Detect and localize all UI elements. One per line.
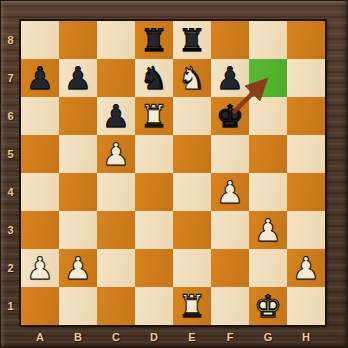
square-a1[interactable] [21,287,59,325]
square-h7[interactable] [287,59,325,97]
square-g7[interactable] [249,59,287,97]
square-e3[interactable] [173,211,211,249]
rank-label-6: 6 [0,97,21,135]
square-e6[interactable] [173,97,211,135]
square-b6[interactable] [59,97,97,135]
piece-white-pawn-b2[interactable]: ♟ [59,249,97,287]
square-b4[interactable] [59,173,97,211]
square-d1[interactable] [135,287,173,325]
piece-black-rook-e8[interactable]: ♜ [173,21,211,59]
square-e1[interactable]: ♜ [173,287,211,325]
chess-app: ♜♜♟♟♞♞♟♟♜♚♟♟♟♟♟♟♜♚ 87654321ABCDEFGH [0,0,348,348]
square-a8[interactable] [21,21,59,59]
square-g2[interactable] [249,249,287,287]
chess-board: ♜♜♟♟♞♞♟♟♜♚♟♟♟♟♟♟♜♚ [21,21,325,325]
square-h8[interactable] [287,21,325,59]
square-b3[interactable] [59,211,97,249]
piece-black-king-f6[interactable]: ♚ [211,97,249,135]
square-f5[interactable] [211,135,249,173]
square-f1[interactable] [211,287,249,325]
piece-white-king-g1[interactable]: ♚ [249,287,287,325]
square-e5[interactable] [173,135,211,173]
square-h4[interactable] [287,173,325,211]
square-c8[interactable] [97,21,135,59]
square-f3[interactable] [211,211,249,249]
rank-label-3: 3 [0,211,21,249]
square-c4[interactable] [97,173,135,211]
piece-white-rook-d6[interactable]: ♜ [135,97,173,135]
piece-white-pawn-h2[interactable]: ♟ [287,249,325,287]
square-g8[interactable] [249,21,287,59]
square-g1[interactable]: ♚ [249,287,287,325]
piece-black-rook-d8[interactable]: ♜ [135,21,173,59]
square-e8[interactable]: ♜ [173,21,211,59]
file-label-f: F [211,325,249,348]
square-g6[interactable] [249,97,287,135]
file-label-e: E [173,325,211,348]
square-d4[interactable] [135,173,173,211]
square-b2[interactable]: ♟ [59,249,97,287]
square-d7[interactable]: ♞ [135,59,173,97]
piece-black-pawn-f7[interactable]: ♟ [211,59,249,97]
piece-white-rook-e1[interactable]: ♜ [173,287,211,325]
square-b1[interactable] [59,287,97,325]
rank-label-1: 1 [0,287,21,325]
square-a6[interactable] [21,97,59,135]
rank-label-4: 4 [0,173,21,211]
square-d8[interactable]: ♜ [135,21,173,59]
square-d2[interactable] [135,249,173,287]
square-g5[interactable] [249,135,287,173]
file-label-a: A [21,325,59,348]
rank-label-8: 8 [0,21,21,59]
square-f6[interactable]: ♚ [211,97,249,135]
square-h2[interactable]: ♟ [287,249,325,287]
piece-black-knight-d7[interactable]: ♞ [135,59,173,97]
piece-white-pawn-f4[interactable]: ♟ [211,173,249,211]
square-e2[interactable] [173,249,211,287]
piece-white-knight-e7[interactable]: ♞ [173,59,211,97]
square-h3[interactable] [287,211,325,249]
square-f8[interactable] [211,21,249,59]
square-e7[interactable]: ♞ [173,59,211,97]
piece-black-pawn-c6[interactable]: ♟ [97,97,135,135]
square-d3[interactable] [135,211,173,249]
square-a2[interactable]: ♟ [21,249,59,287]
square-a3[interactable] [21,211,59,249]
file-label-g: G [249,325,287,348]
square-f2[interactable] [211,249,249,287]
file-label-h: H [287,325,325,348]
square-c1[interactable] [97,287,135,325]
square-c2[interactable] [97,249,135,287]
square-d5[interactable] [135,135,173,173]
square-c5[interactable]: ♟ [97,135,135,173]
square-f4[interactable]: ♟ [211,173,249,211]
square-h6[interactable] [287,97,325,135]
square-g4[interactable] [249,173,287,211]
square-g3[interactable]: ♟ [249,211,287,249]
square-c3[interactable] [97,211,135,249]
piece-white-pawn-g3[interactable]: ♟ [249,211,287,249]
square-h1[interactable] [287,287,325,325]
square-c7[interactable] [97,59,135,97]
square-h5[interactable] [287,135,325,173]
file-label-b: B [59,325,97,348]
piece-black-pawn-b7[interactable]: ♟ [59,59,97,97]
square-f7[interactable]: ♟ [211,59,249,97]
square-a4[interactable] [21,173,59,211]
file-label-c: C [97,325,135,348]
rank-label-2: 2 [0,249,21,287]
piece-white-pawn-a2[interactable]: ♟ [21,249,59,287]
rank-label-5: 5 [0,135,21,173]
piece-white-pawn-c5[interactable]: ♟ [97,135,135,173]
square-d6[interactable]: ♜ [135,97,173,135]
square-b8[interactable] [59,21,97,59]
square-b7[interactable]: ♟ [59,59,97,97]
square-a5[interactable] [21,135,59,173]
square-a7[interactable]: ♟ [21,59,59,97]
square-e4[interactable] [173,173,211,211]
rank-label-7: 7 [0,59,21,97]
piece-black-pawn-a7[interactable]: ♟ [21,59,59,97]
file-label-d: D [135,325,173,348]
square-c6[interactable]: ♟ [97,97,135,135]
square-b5[interactable] [59,135,97,173]
